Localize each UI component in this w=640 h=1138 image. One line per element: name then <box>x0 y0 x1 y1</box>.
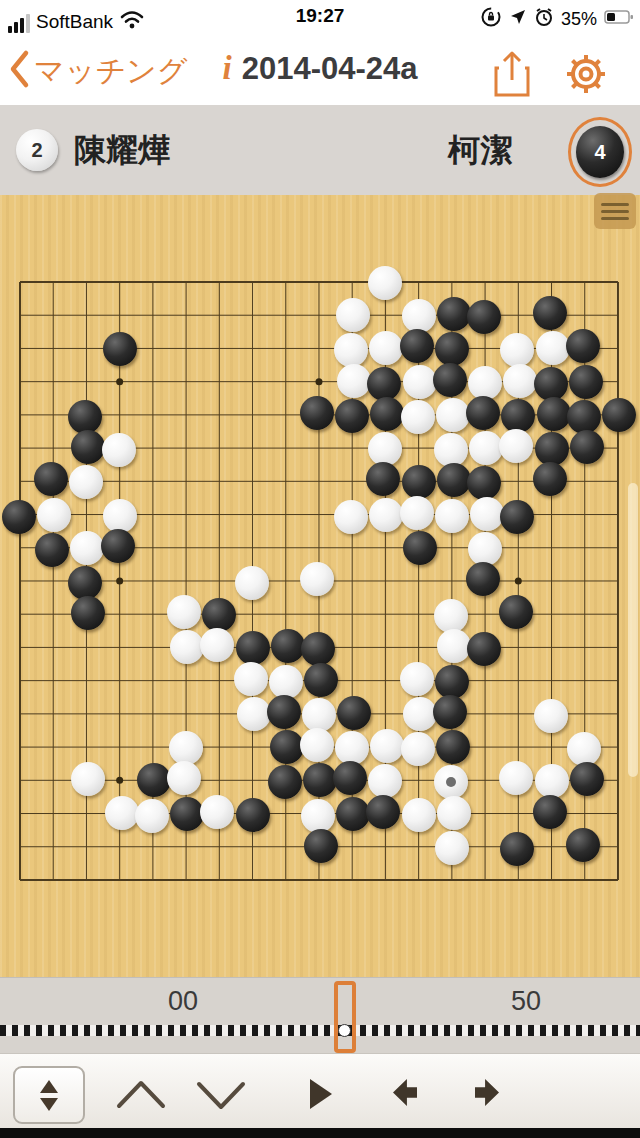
prev-variation-button[interactable] <box>116 1079 166 1109</box>
last-move-marker <box>446 777 456 787</box>
slider-label-right: 50 <box>511 986 541 1017</box>
white-stone <box>105 796 139 830</box>
share-button[interactable] <box>489 48 535 100</box>
black-stone <box>566 329 600 363</box>
white-stone <box>103 499 137 533</box>
white-stone <box>300 562 334 596</box>
black-stone <box>437 463 471 497</box>
black-stone <box>236 798 270 832</box>
white-stone <box>535 764 569 798</box>
black-stone <box>533 795 567 829</box>
white-stone <box>534 699 568 733</box>
home-indicator-bar <box>0 1128 640 1138</box>
white-stone <box>434 433 468 467</box>
white-stone <box>536 331 570 365</box>
white-stone <box>503 364 537 398</box>
black-stone <box>2 500 36 534</box>
white-capture-stone: 2 <box>16 129 58 171</box>
rotation-lock-icon <box>480 6 502 32</box>
player-bar: 2 陳耀燁 柯潔 4 <box>0 105 640 195</box>
battery-icon <box>604 9 634 29</box>
page-title: i2014-04-24a <box>0 50 640 87</box>
playback-control-bar <box>0 1053 640 1128</box>
board-handle-top-right[interactable] <box>594 193 636 229</box>
white-stone <box>437 796 471 830</box>
black-stone <box>336 797 370 831</box>
white-stone <box>402 798 436 832</box>
battery-percent-label: 35% <box>561 9 597 30</box>
white-stone <box>234 662 268 696</box>
white-stone <box>37 498 71 532</box>
black-stone <box>267 695 301 729</box>
status-bar: SoftBank 19:27 35% <box>0 0 640 40</box>
white-stone <box>401 732 435 766</box>
white-stone <box>301 799 335 833</box>
black-stone <box>533 462 567 496</box>
jump-up-icon <box>40 1080 58 1093</box>
white-player-name: 陳耀燁 <box>74 129 170 173</box>
black-stone <box>402 465 436 499</box>
white-stone <box>300 728 334 762</box>
white-stone <box>269 665 303 699</box>
black-stone <box>466 562 500 596</box>
gear-icon[interactable] <box>560 48 612 100</box>
white-stone <box>369 498 403 532</box>
black-stone <box>103 332 137 366</box>
nav-bar: マッチング i2014-04-24a <box>0 40 640 105</box>
white-stone <box>468 366 502 400</box>
black-stone <box>500 500 534 534</box>
move-slider[interactable]: 00 50 <box>0 977 640 1053</box>
black-stone <box>535 432 569 466</box>
black-stone <box>433 363 467 397</box>
step-forward-button[interactable] <box>475 1079 499 1106</box>
black-captures-count: 4 <box>594 141 605 164</box>
black-stone <box>337 696 371 730</box>
black-stone <box>569 365 603 399</box>
white-stone <box>434 599 468 633</box>
alarm-clock-icon <box>534 7 554 31</box>
black-stone <box>304 829 338 863</box>
black-stone <box>268 765 302 799</box>
black-stone <box>400 329 434 363</box>
white-stone <box>400 496 434 530</box>
white-stone <box>435 831 469 865</box>
black-stone <box>466 396 500 430</box>
black-stone <box>435 665 469 699</box>
black-capture-stone: 4 <box>576 126 624 178</box>
white-stone <box>200 795 234 829</box>
white-stone <box>402 299 436 333</box>
white-stone <box>470 497 504 531</box>
go-board[interactable] <box>0 195 640 977</box>
black-stone <box>403 531 437 565</box>
black-stone <box>537 397 571 431</box>
white-stone <box>435 499 469 533</box>
black-stone <box>236 631 270 665</box>
white-stone <box>70 531 104 565</box>
slider-position-marker[interactable] <box>334 981 356 1053</box>
black-stone <box>436 730 470 764</box>
black-stone <box>366 795 400 829</box>
info-icon[interactable]: i <box>223 50 232 86</box>
black-stone <box>566 828 600 862</box>
black-stone <box>335 399 369 433</box>
white-stone <box>235 566 269 600</box>
white-stone <box>169 731 203 765</box>
black-stone <box>437 297 471 331</box>
active-player-ring: 4 <box>568 117 632 187</box>
black-stone <box>367 367 401 401</box>
black-stone <box>271 629 305 663</box>
white-stone <box>237 697 271 731</box>
black-stone <box>501 399 535 433</box>
white-captures-count: 2 <box>31 139 42 162</box>
white-stone <box>302 698 336 732</box>
black-stone <box>101 529 135 563</box>
move-jump-button[interactable] <box>13 1066 85 1124</box>
black-stone <box>137 763 171 797</box>
black-stone <box>35 533 69 567</box>
scroll-indicator <box>628 483 638 777</box>
black-stone <box>602 398 636 432</box>
black-stone <box>300 396 334 430</box>
black-stone <box>304 663 338 697</box>
app-screen: SoftBank 19:27 35% <box>0 0 640 1138</box>
white-stone <box>403 365 437 399</box>
move-tick-strip[interactable] <box>0 1025 640 1036</box>
white-stone <box>334 500 368 534</box>
white-stone <box>400 662 434 696</box>
black-stone <box>570 430 604 464</box>
black-stone <box>500 832 534 866</box>
white-stone <box>135 799 169 833</box>
next-variation-button[interactable] <box>196 1081 246 1111</box>
slider-label-left: 00 <box>168 986 198 1017</box>
white-stone <box>434 765 468 799</box>
jump-down-icon <box>40 1098 58 1111</box>
black-stone <box>534 367 568 401</box>
location-arrow-icon <box>509 8 527 30</box>
white-stone <box>102 433 136 467</box>
black-stone <box>433 695 467 729</box>
white-stone <box>401 400 435 434</box>
white-stone <box>567 732 601 766</box>
white-stone <box>337 364 371 398</box>
black-stone <box>570 762 604 796</box>
black-stone <box>567 400 601 434</box>
play-button[interactable] <box>310 1079 332 1109</box>
game-title: 2014-04-24a <box>242 51 418 86</box>
black-stone <box>170 797 204 831</box>
white-stone <box>468 532 502 566</box>
white-stone <box>469 431 503 465</box>
black-player-name: 柯潔 <box>448 129 512 173</box>
white-stone <box>403 697 437 731</box>
white-stone <box>436 398 470 432</box>
black-stone <box>270 730 304 764</box>
step-back-button[interactable] <box>393 1079 417 1106</box>
black-stone <box>533 296 567 330</box>
